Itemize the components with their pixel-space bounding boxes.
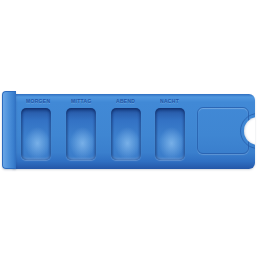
compartment-well-morning [21,108,51,160]
pill-dispenser-tray: MORGEN MITTAG ABEND NACHT [12,94,255,169]
compartment-well-evening [111,108,141,160]
compartment-well-night [155,108,185,160]
compartment-label-morning: MORGEN [26,98,50,104]
compartment-label-evening: ABEND [116,98,135,104]
compartment-label-night: NACHT [160,98,179,104]
photo-canvas: MORGEN MITTAG ABEND NACHT [0,0,261,261]
compartment-well-noon [66,108,96,160]
compartment-label-noon: MITTAG [71,98,92,104]
tray-left-tab [2,91,16,169]
